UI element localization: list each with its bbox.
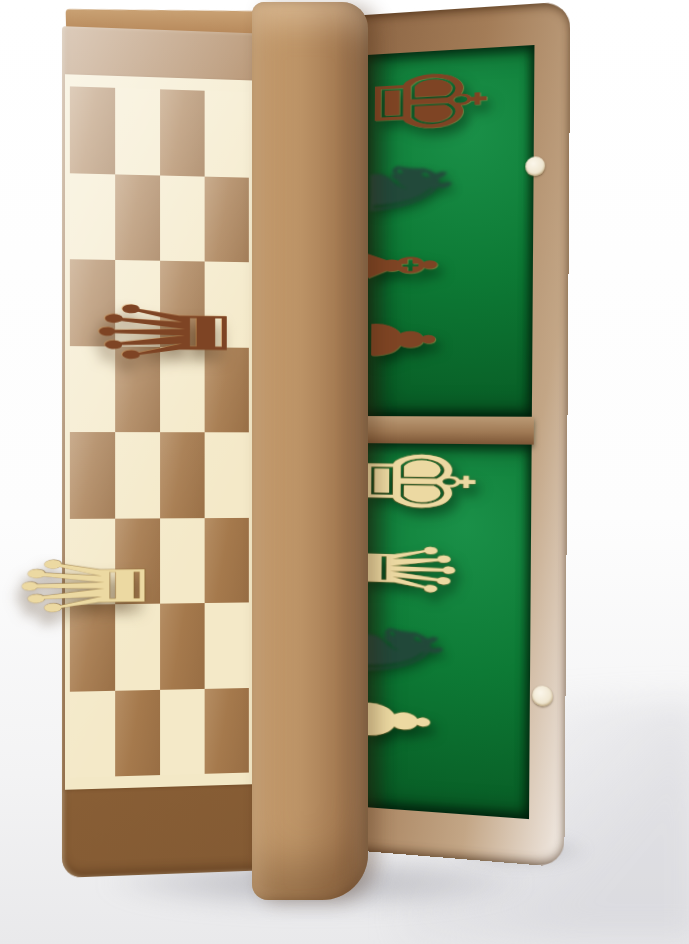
box-lid-interior: ♚ ♞ ♝ ♟ ♚ ♛ ♞ ♟ xyxy=(347,1,570,867)
dark-pawn-glyph: ♟ xyxy=(358,315,446,364)
board-walnut-frame xyxy=(62,26,257,878)
product-photo: ♚ ♞ ♝ ♟ ♚ ♛ ♞ ♟ xyxy=(0,0,689,944)
light-queen-glyph: ♛ xyxy=(3,550,170,620)
board-square[interactable] xyxy=(70,86,115,174)
board-maple-border xyxy=(65,74,254,790)
board-square[interactable] xyxy=(205,91,249,177)
board-dark-queen[interactable]: ♛ xyxy=(76,238,256,423)
board-square[interactable] xyxy=(205,517,249,603)
board-square[interactable] xyxy=(115,689,160,776)
box-spine-edge xyxy=(252,2,368,900)
chessboard[interactable] xyxy=(70,86,249,777)
board-light-queen[interactable]: ♛ xyxy=(0,498,172,675)
board-square[interactable] xyxy=(70,690,115,777)
board-square[interactable] xyxy=(205,687,249,773)
chessboard-panel: ♛ ♛ xyxy=(58,0,257,905)
snap-fastener-bottom xyxy=(532,685,553,707)
board-square[interactable] xyxy=(160,89,205,176)
board-square[interactable] xyxy=(205,432,249,517)
dark-queen-glyph: ♛ xyxy=(78,294,253,368)
board-square[interactable] xyxy=(160,688,205,775)
board-square[interactable] xyxy=(115,88,160,175)
snap-fastener-top xyxy=(525,156,545,176)
board-square[interactable] xyxy=(205,602,249,688)
tray-dark-pawn[interactable]: ♟ xyxy=(354,290,449,387)
